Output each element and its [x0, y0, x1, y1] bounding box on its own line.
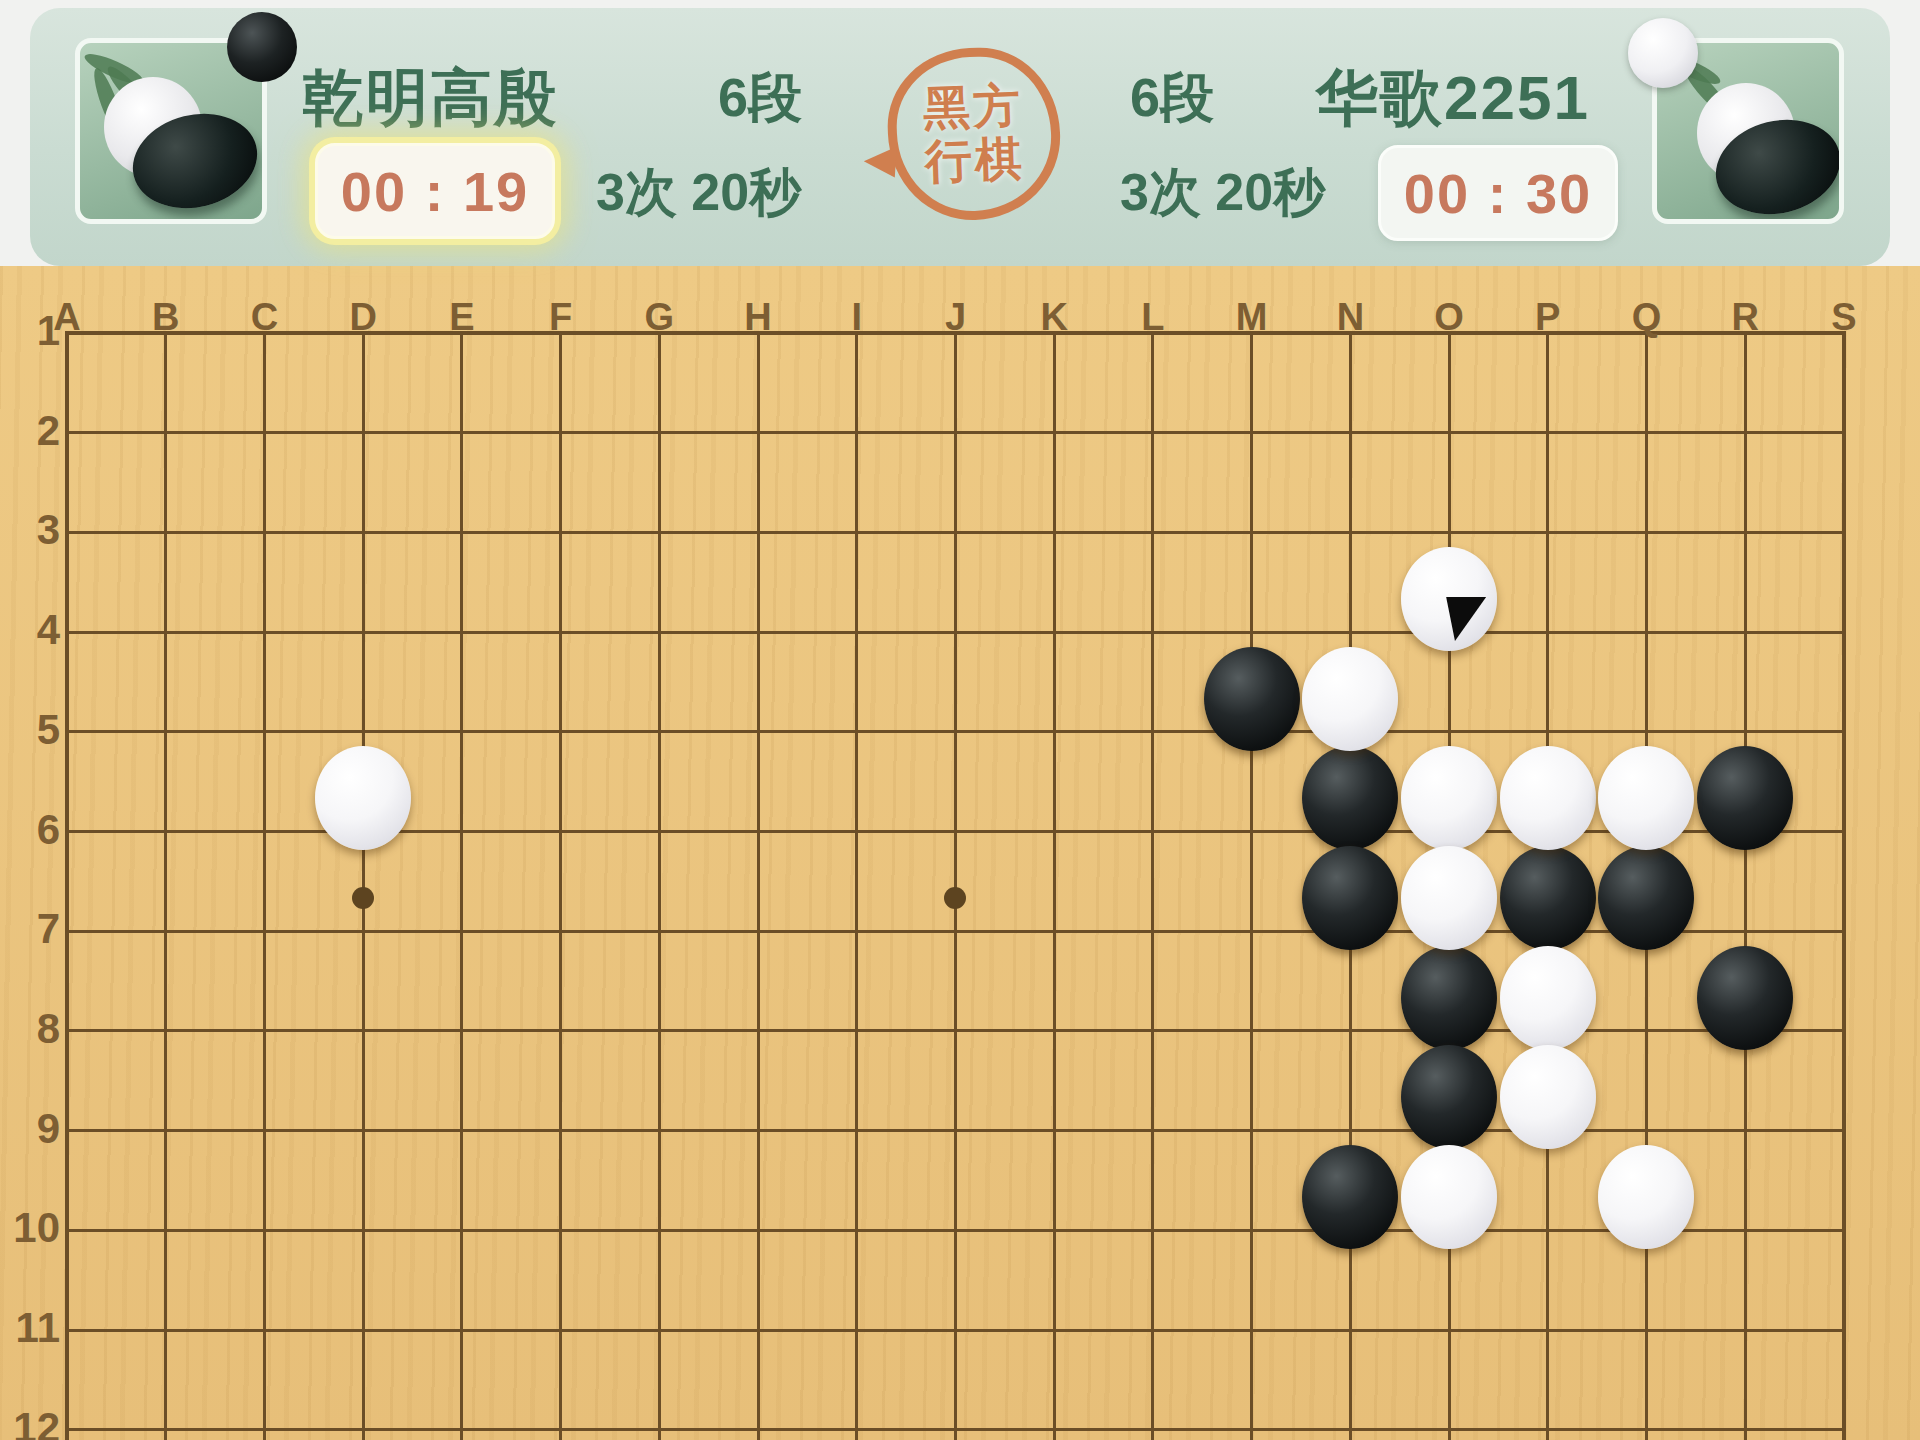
- right-player-clock: 00 : 30: [1378, 145, 1618, 241]
- column-label-E: E: [432, 296, 492, 339]
- stone-black-O5: [1401, 946, 1497, 1050]
- right-player-byoyomi: 3次 20秒: [1120, 158, 1325, 228]
- column-label-Q: Q: [1617, 296, 1677, 339]
- stone-white-O4: [1401, 846, 1497, 950]
- stone-white-P6: [1500, 1045, 1596, 1149]
- stone-white-D3: [315, 746, 411, 850]
- column-label-H: H: [728, 296, 788, 339]
- column-label-R: R: [1715, 296, 1775, 339]
- white-stone-badge-icon: [1628, 18, 1698, 88]
- left-player-name: 乾明高殷: [302, 56, 558, 140]
- column-label-M: M: [1222, 296, 1282, 339]
- stone-black-R5: [1697, 946, 1793, 1050]
- grid-horizontal-line: [65, 531, 1846, 534]
- row-label-3: 3: [8, 506, 60, 554]
- left-player-byoyomi: 3次 20秒: [596, 158, 801, 228]
- stone-black-M2: [1204, 647, 1300, 751]
- column-label-L: L: [1123, 296, 1183, 339]
- last-move-marker-icon: [1446, 597, 1486, 641]
- stone-white-Q3: [1598, 746, 1694, 850]
- stone-black-N7: [1302, 1145, 1398, 1249]
- column-label-C: C: [234, 296, 294, 339]
- go-game-screen: ABCDEFGHIJKLMNOPQRS123456789101112 乾明高殷 …: [0, 0, 1920, 1440]
- left-player-clock: 00 : 19: [315, 143, 555, 239]
- stone-black-N4: [1302, 846, 1398, 950]
- column-label-K: K: [1024, 296, 1084, 339]
- stones-layer: [18, 549, 1894, 1440]
- column-label-B: B: [136, 296, 196, 339]
- turn-indicator-seal: 黑方 行棋: [885, 45, 1063, 223]
- left-player-rank: 6段: [718, 62, 802, 135]
- right-player-rank: 6段: [1130, 62, 1214, 135]
- column-label-S: S: [1814, 296, 1874, 339]
- stone-white-O3: [1401, 746, 1497, 850]
- go-board[interactable]: ABCDEFGHIJKLMNOPQRS123456789101112: [0, 266, 1920, 1440]
- row-label-1: 1: [8, 307, 60, 355]
- stone-white-N2: [1302, 647, 1398, 751]
- seal-text-line2: 行棋: [924, 132, 1026, 188]
- stone-black-N3: [1302, 746, 1398, 850]
- stone-white-Q7: [1598, 1145, 1694, 1249]
- row-label-2: 2: [8, 407, 60, 455]
- match-header: 乾明高殷 6段 00 : 19 3次 20秒 黑方 行棋 6段 华歌2251 3…: [30, 8, 1890, 266]
- stone-black-O6: [1401, 1045, 1497, 1149]
- stone-black-Q4: [1598, 846, 1694, 950]
- stone-white-O7: [1401, 1145, 1497, 1249]
- stone-white-P3: [1500, 746, 1596, 850]
- column-label-G: G: [629, 296, 689, 339]
- column-label-P: P: [1518, 296, 1578, 339]
- stone-black-P4: [1500, 846, 1596, 950]
- column-label-I: I: [827, 296, 887, 339]
- column-label-O: O: [1419, 296, 1479, 339]
- grid-horizontal-line: [65, 431, 1846, 434]
- column-label-N: N: [1320, 296, 1380, 339]
- black-stone-badge-icon: [227, 12, 297, 82]
- column-label-J: J: [925, 296, 985, 339]
- right-player-name: 华歌2251: [1316, 56, 1590, 140]
- stone-black-R3: [1697, 746, 1793, 850]
- stone-white-O1: [1401, 547, 1497, 651]
- seal-tail-icon: [863, 144, 897, 177]
- stone-white-P5: [1500, 946, 1596, 1050]
- seal-text-line1: 黑方: [922, 80, 1024, 136]
- column-label-D: D: [333, 296, 393, 339]
- column-label-F: F: [531, 296, 591, 339]
